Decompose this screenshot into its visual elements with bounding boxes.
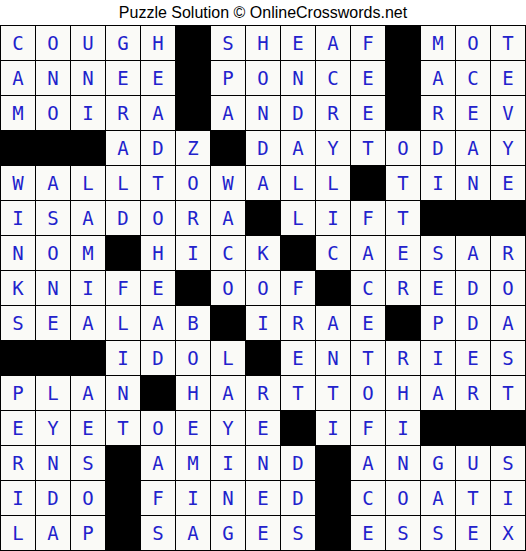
letter-cell-r14c8: E: [246, 481, 281, 516]
letter-cell-r12c7: Y: [211, 411, 246, 446]
block-cell-r3c12: [386, 96, 421, 131]
letter-cell-r11c3: A: [71, 376, 106, 411]
letter-cell-r9c15: A: [491, 306, 526, 341]
letter-cell-r6c4: D: [106, 201, 141, 236]
letter-cell-r5c12: T: [386, 166, 421, 201]
block-cell-r14c10: [316, 481, 351, 516]
letter-cell-r4c9: A: [281, 131, 316, 166]
block-cell-r8c10: [316, 271, 351, 306]
letter-cell-r14c1: I: [1, 481, 36, 516]
letter-cell-r3c7: A: [211, 96, 246, 131]
letter-cell-r4c6: Z: [176, 131, 211, 166]
letter-cell-r14c5: F: [141, 481, 176, 516]
letter-cell-r10c13: I: [421, 341, 456, 376]
letter-cell-r15c11: E: [351, 516, 386, 551]
letter-cell-r3c15: V: [491, 96, 526, 131]
letter-cell-r10c12: R: [386, 341, 421, 376]
block-cell-r13c10: [316, 446, 351, 481]
letter-cell-r5c13: I: [421, 166, 456, 201]
letter-cell-r15c9: S: [281, 516, 316, 551]
letter-cell-r6c5: O: [141, 201, 176, 236]
block-cell-r5c11: [351, 166, 386, 201]
block-cell-r12c14: [456, 411, 491, 446]
letter-cell-r13c3: S: [71, 446, 106, 481]
letter-cell-r11c6: H: [176, 376, 211, 411]
letter-cell-r7c15: R: [491, 236, 526, 271]
letter-cell-r13c12: N: [386, 446, 421, 481]
letter-cell-r5c14: N: [456, 166, 491, 201]
letter-cell-r3c8: N: [246, 96, 281, 131]
letter-cell-r5c8: A: [246, 166, 281, 201]
block-cell-r2c6: [176, 61, 211, 96]
letter-cell-r4c11: T: [351, 131, 386, 166]
block-cell-r3c6: [176, 96, 211, 131]
letter-cell-r15c5: S: [141, 516, 176, 551]
letter-cell-r4c8: D: [246, 131, 281, 166]
block-cell-r15c4: [106, 516, 141, 551]
letter-cell-r3c9: D: [281, 96, 316, 131]
letter-cell-r1c3: U: [71, 26, 106, 61]
letter-cell-r2c7: P: [211, 61, 246, 96]
letter-cell-r13c8: N: [246, 446, 281, 481]
block-cell-r4c3: [71, 131, 106, 166]
letter-cell-r4c4: A: [106, 131, 141, 166]
letter-cell-r1c8: H: [246, 26, 281, 61]
block-cell-r10c2: [36, 341, 71, 376]
letter-cell-r10c7: L: [211, 341, 246, 376]
page-title: Puzzle Solution © OnlineCrosswords.net: [0, 0, 526, 25]
letter-cell-r3c14: E: [456, 96, 491, 131]
block-cell-r10c3: [71, 341, 106, 376]
letter-cell-r12c4: T: [106, 411, 141, 446]
block-cell-r6c13: [421, 201, 456, 236]
letter-cell-r14c12: O: [386, 481, 421, 516]
letter-cell-r5c4: L: [106, 166, 141, 201]
letter-cell-r11c12: H: [386, 376, 421, 411]
letter-cell-r12c3: E: [71, 411, 106, 446]
letter-cell-r7c7: C: [211, 236, 246, 271]
letter-cell-r2c13: A: [421, 61, 456, 96]
letter-cell-r7c12: E: [386, 236, 421, 271]
letter-cell-r1c15: T: [491, 26, 526, 61]
block-cell-r7c4: [106, 236, 141, 271]
letter-cell-r7c3: M: [71, 236, 106, 271]
letter-cell-r11c9: T: [281, 376, 316, 411]
letter-cell-r9c10: A: [316, 306, 351, 341]
letter-cell-r3c2: O: [36, 96, 71, 131]
letter-cell-r1c2: O: [36, 26, 71, 61]
letter-cell-r11c4: N: [106, 376, 141, 411]
letter-cell-r15c6: A: [176, 516, 211, 551]
letter-cell-r2c2: N: [36, 61, 71, 96]
letter-cell-r9c14: D: [456, 306, 491, 341]
letter-cell-r8c14: D: [456, 271, 491, 306]
letter-cell-r10c5: D: [141, 341, 176, 376]
block-cell-r11c5: [141, 376, 176, 411]
letter-cell-r14c14: T: [456, 481, 491, 516]
letter-cell-r9c8: I: [246, 306, 281, 341]
letter-cell-r2c8: O: [246, 61, 281, 96]
letter-cell-r15c3: P: [71, 516, 106, 551]
letter-cell-r13c14: U: [456, 446, 491, 481]
letter-cell-r11c15: T: [491, 376, 526, 411]
letter-cell-r2c4: E: [106, 61, 141, 96]
letter-cell-r6c3: A: [71, 201, 106, 236]
letter-cell-r12c5: O: [141, 411, 176, 446]
block-cell-r10c8: [246, 341, 281, 376]
letter-cell-r13c11: A: [351, 446, 386, 481]
letter-cell-r9c13: P: [421, 306, 456, 341]
letter-cell-r7c5: H: [141, 236, 176, 271]
letter-cell-r2c10: C: [316, 61, 351, 96]
letter-cell-r8c15: O: [491, 271, 526, 306]
letter-cell-r1c9: E: [281, 26, 316, 61]
letter-cell-r15c15: X: [491, 516, 526, 551]
letter-cell-r9c1: S: [1, 306, 36, 341]
letter-cell-r7c2: O: [36, 236, 71, 271]
letter-cell-r15c14: E: [456, 516, 491, 551]
letter-cell-r5c5: T: [141, 166, 176, 201]
block-cell-r10c1: [1, 341, 36, 376]
letter-cell-r1c10: A: [316, 26, 351, 61]
letter-cell-r9c3: A: [71, 306, 106, 341]
letter-cell-r14c9: D: [281, 481, 316, 516]
letter-cell-r14c3: O: [71, 481, 106, 516]
letter-cell-r10c6: O: [176, 341, 211, 376]
letter-cell-r9c6: B: [176, 306, 211, 341]
letter-cell-r6c2: S: [36, 201, 71, 236]
letter-cell-r2c9: N: [281, 61, 316, 96]
letter-cell-r2c14: C: [456, 61, 491, 96]
letter-cell-r7c10: C: [316, 236, 351, 271]
letter-cell-r6c10: I: [316, 201, 351, 236]
letter-cell-r8c5: E: [141, 271, 176, 306]
letter-cell-r6c7: A: [211, 201, 246, 236]
letter-cell-r13c1: R: [1, 446, 36, 481]
letter-cell-r13c9: D: [281, 446, 316, 481]
letter-cell-r4c12: O: [386, 131, 421, 166]
block-cell-r9c12: [386, 306, 421, 341]
letter-cell-r12c1: E: [1, 411, 36, 446]
letter-cell-r3c5: A: [141, 96, 176, 131]
letter-cell-r5c15: E: [491, 166, 526, 201]
letter-cell-r3c11: E: [351, 96, 386, 131]
letter-cell-r15c1: L: [1, 516, 36, 551]
letter-cell-r4c5: D: [141, 131, 176, 166]
letter-cell-r14c15: I: [491, 481, 526, 516]
letter-cell-r1c7: S: [211, 26, 246, 61]
letter-cell-r13c6: M: [176, 446, 211, 481]
letter-cell-r12c10: I: [316, 411, 351, 446]
letter-cell-r11c10: T: [316, 376, 351, 411]
letter-cell-r9c5: A: [141, 306, 176, 341]
letter-cell-r14c6: I: [176, 481, 211, 516]
block-cell-r6c14: [456, 201, 491, 236]
letter-cell-r1c11: F: [351, 26, 386, 61]
letter-cell-r7c11: A: [351, 236, 386, 271]
block-cell-r12c13: [421, 411, 456, 446]
letter-cell-r13c13: G: [421, 446, 456, 481]
letter-cell-r12c8: E: [246, 411, 281, 446]
letter-cell-r10c14: E: [456, 341, 491, 376]
block-cell-r7c9: [281, 236, 316, 271]
letter-cell-r9c9: R: [281, 306, 316, 341]
letter-cell-r14c13: A: [421, 481, 456, 516]
letter-cell-r12c2: Y: [36, 411, 71, 446]
letter-cell-r8c13: E: [421, 271, 456, 306]
block-cell-r15c10: [316, 516, 351, 551]
block-cell-r14c4: [106, 481, 141, 516]
letter-cell-r8c12: R: [386, 271, 421, 306]
letter-cell-r8c1: K: [1, 271, 36, 306]
letter-cell-r7c1: N: [1, 236, 36, 271]
letter-cell-r9c2: E: [36, 306, 71, 341]
letter-cell-r10c4: I: [106, 341, 141, 376]
letter-cell-r7c13: S: [421, 236, 456, 271]
block-cell-r6c8: [246, 201, 281, 236]
letter-cell-r2c1: A: [1, 61, 36, 96]
letter-cell-r8c3: I: [71, 271, 106, 306]
letter-cell-r5c2: A: [36, 166, 71, 201]
letter-cell-r15c7: G: [211, 516, 246, 551]
letter-cell-r10c10: N: [316, 341, 351, 376]
letter-cell-r15c2: A: [36, 516, 71, 551]
letter-cell-r12c11: F: [351, 411, 386, 446]
letter-cell-r5c9: L: [281, 166, 316, 201]
letter-cell-r10c11: T: [351, 341, 386, 376]
letter-cell-r6c12: T: [386, 201, 421, 236]
letter-cell-r1c1: C: [1, 26, 36, 61]
letter-cell-r13c5: A: [141, 446, 176, 481]
letter-cell-r3c3: I: [71, 96, 106, 131]
letter-cell-r12c6: E: [176, 411, 211, 446]
letter-cell-r2c5: E: [141, 61, 176, 96]
letter-cell-r11c8: R: [246, 376, 281, 411]
letter-cell-r10c15: S: [491, 341, 526, 376]
block-cell-r1c12: [386, 26, 421, 61]
letter-cell-r3c1: M: [1, 96, 36, 131]
letter-cell-r11c14: R: [456, 376, 491, 411]
letter-cell-r5c6: O: [176, 166, 211, 201]
letter-cell-r13c2: N: [36, 446, 71, 481]
letter-cell-r9c4: L: [106, 306, 141, 341]
letter-cell-r11c2: L: [36, 376, 71, 411]
block-cell-r4c7: [211, 131, 246, 166]
letter-cell-r7c14: A: [456, 236, 491, 271]
letter-cell-r8c11: C: [351, 271, 386, 306]
letter-cell-r4c15: Y: [491, 131, 526, 166]
letter-cell-r7c6: I: [176, 236, 211, 271]
block-cell-r8c6: [176, 271, 211, 306]
letter-cell-r13c7: I: [211, 446, 246, 481]
letter-cell-r2c15: E: [491, 61, 526, 96]
block-cell-r13c4: [106, 446, 141, 481]
letter-cell-r2c11: E: [351, 61, 386, 96]
letter-cell-r4c14: A: [456, 131, 491, 166]
block-cell-r2c12: [386, 61, 421, 96]
block-cell-r4c2: [36, 131, 71, 166]
letter-cell-r6c1: I: [1, 201, 36, 236]
letter-cell-r5c1: W: [1, 166, 36, 201]
letter-cell-r13c15: S: [491, 446, 526, 481]
letter-cell-r4c13: D: [421, 131, 456, 166]
block-cell-r9c7: [211, 306, 246, 341]
letter-cell-r8c4: F: [106, 271, 141, 306]
letter-cell-r1c13: M: [421, 26, 456, 61]
letter-cell-r15c13: S: [421, 516, 456, 551]
block-cell-r12c15: [491, 411, 526, 446]
letter-cell-r5c7: W: [211, 166, 246, 201]
block-cell-r1c6: [176, 26, 211, 61]
letter-cell-r11c13: A: [421, 376, 456, 411]
letter-cell-r8c8: O: [246, 271, 281, 306]
letter-cell-r8c7: O: [211, 271, 246, 306]
letter-cell-r7c8: K: [246, 236, 281, 271]
letter-cell-r14c11: C: [351, 481, 386, 516]
letter-cell-r5c3: L: [71, 166, 106, 201]
block-cell-r6c15: [491, 201, 526, 236]
letter-cell-r10c9: E: [281, 341, 316, 376]
letter-cell-r11c11: O: [351, 376, 386, 411]
letter-cell-r6c9: L: [281, 201, 316, 236]
letter-cell-r3c4: R: [106, 96, 141, 131]
letter-cell-r6c6: R: [176, 201, 211, 236]
letter-cell-r15c8: E: [246, 516, 281, 551]
letter-cell-r1c5: H: [141, 26, 176, 61]
letter-cell-r11c7: A: [211, 376, 246, 411]
letter-cell-r8c2: N: [36, 271, 71, 306]
letter-cell-r2c3: N: [71, 61, 106, 96]
letter-cell-r5c10: L: [316, 166, 351, 201]
letter-cell-r4c10: Y: [316, 131, 351, 166]
letter-cell-r8c9: F: [281, 271, 316, 306]
block-cell-r12c9: [281, 411, 316, 446]
letter-cell-r11c1: P: [1, 376, 36, 411]
letter-cell-r12c12: I: [386, 411, 421, 446]
letter-cell-r1c14: O: [456, 26, 491, 61]
letter-cell-r15c12: S: [386, 516, 421, 551]
letter-cell-r6c11: F: [351, 201, 386, 236]
letter-cell-r1c4: G: [106, 26, 141, 61]
block-cell-r4c1: [1, 131, 36, 166]
letter-cell-r3c10: R: [316, 96, 351, 131]
letter-cell-r14c2: D: [36, 481, 71, 516]
letter-cell-r3c13: R: [421, 96, 456, 131]
letter-cell-r9c11: E: [351, 306, 386, 341]
crossword-grid: COUGHSHEAFMOTANNEEPONCEACEMOIRAANDREREVA…: [0, 25, 526, 551]
letter-cell-r14c7: N: [211, 481, 246, 516]
